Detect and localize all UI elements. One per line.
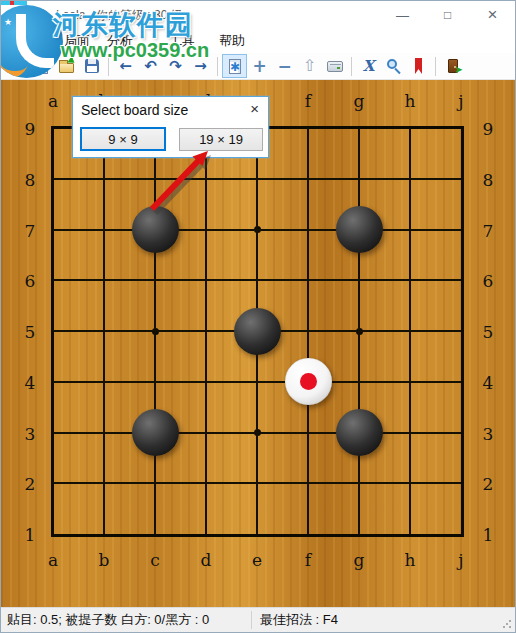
coord-bottom-a: a [44, 550, 62, 568]
status-bar: 贴目: 0.5; 被提子数 白方: 0/黑方 : 0 最佳招法 : F4 [1, 607, 515, 632]
clear-analysis-button[interactable]: X [356, 54, 381, 78]
coord-right-6: 6 [479, 271, 497, 289]
coord-bottom-d: d [197, 550, 215, 568]
coord-right-1: 1 [479, 525, 497, 543]
gear-icon: ✱ [230, 60, 240, 74]
status-best-move: 最佳招法 : F4 [251, 611, 515, 629]
decrease-button[interactable]: − [272, 54, 297, 78]
up-arrow-icon: ⇧ [303, 58, 316, 74]
close-button[interactable]: × [470, 1, 515, 29]
grid-vline [103, 128, 105, 534]
redo-move-button[interactable]: ↷ [163, 54, 188, 78]
save-file-button[interactable] [79, 54, 104, 78]
coord-left-2: 2 [21, 474, 39, 492]
menu-item-5[interactable]: 帮助 [216, 30, 248, 52]
coord-right-8: 8 [479, 170, 497, 188]
black-stone-g3[interactable] [336, 409, 383, 456]
black-stone-g7[interactable] [336, 206, 383, 253]
coord-left-7: 7 [21, 221, 39, 239]
bookmark-button[interactable] [406, 54, 431, 78]
toolbar: ++←↶↷→✱+−⇧X➤ [1, 53, 515, 80]
window-controls: — □ × [380, 1, 515, 29]
coord-left-3: 3 [21, 424, 39, 442]
coord-top-f: f [299, 91, 317, 109]
nav-arrow-icon: ← [119, 59, 132, 74]
nav-arrow-icon: ↶ [144, 59, 157, 74]
app-icon [35, 9, 48, 22]
black-stone-c3[interactable] [132, 409, 179, 456]
undo-move-button[interactable]: ↶ [138, 54, 163, 78]
red-bookmark-icon [415, 58, 422, 74]
coord-right-7: 7 [479, 221, 497, 239]
coord-bottom-b: b [95, 550, 113, 568]
toolbar-separator [108, 57, 109, 76]
black-stone-c7[interactable] [132, 206, 179, 253]
window-title: Leela - 你的等级 : 30 级 [56, 7, 183, 24]
go-board[interactable]: 112233445566778899jjhhggffeeddccbbaa Sel… [1, 80, 516, 609]
first-move-button[interactable]: ← [113, 54, 138, 78]
toolbar-separator [217, 57, 218, 76]
coord-right-9: 9 [479, 119, 497, 137]
coord-left-4: 4 [21, 373, 39, 391]
board-size-9x9-button[interactable]: 9 × 9 [80, 127, 166, 151]
coord-top-j: j [452, 91, 470, 109]
analyze-button[interactable] [381, 54, 406, 78]
increase-button[interactable]: + [247, 54, 272, 78]
coord-right-3: 3 [479, 424, 497, 442]
plus-badge-icon: + [7, 55, 16, 68]
plus-badge-icon: + [32, 55, 41, 68]
grid-vline [205, 128, 207, 534]
coord-top-h: h [401, 91, 419, 109]
magnifier-icon [387, 59, 397, 69]
coord-right-2: 2 [479, 474, 497, 492]
exit-arrow-icon: ➤ [455, 64, 463, 75]
coord-bottom-e: e [248, 550, 266, 568]
grid-vline [409, 128, 411, 534]
menu-bar: 文件局面分析工具帮助 [1, 29, 515, 53]
coord-bottom-g: g [350, 550, 368, 568]
app-window: Leela - 你的等级 : 30 级 — □ × 文件局面分析工具帮助 ++←… [0, 0, 516, 633]
pass-move-button[interactable]: ⇧ [297, 54, 322, 78]
white-stone-f4[interactable] [285, 358, 332, 405]
new-game-button[interactable]: + [4, 54, 29, 78]
menu-item-4[interactable]: 工具 [166, 30, 198, 52]
coord-right-5: 5 [479, 322, 497, 340]
save-floppy-icon [85, 59, 99, 73]
title-bar: Leela - 你的等级 : 30 级 — □ × [1, 1, 515, 29]
grid-vline [358, 128, 360, 534]
status-komi-captures: 贴目: 0.5; 被提子数 白方: 0/黑方 : 0 [1, 611, 251, 629]
plus-minus-icon: + [252, 58, 266, 75]
coord-bottom-j: j [452, 550, 470, 568]
black-stone-e5[interactable] [234, 308, 281, 355]
x-icon: X [363, 59, 375, 74]
drive-icon [327, 61, 343, 72]
coord-left-6: 6 [21, 271, 39, 289]
toolbar-separator [351, 57, 352, 76]
coord-top-a: a [44, 91, 62, 109]
maximize-button[interactable]: □ [425, 1, 470, 29]
nav-arrow-icon: → [194, 59, 207, 74]
dialog-close-icon[interactable]: × [250, 100, 259, 117]
open-file-button[interactable] [54, 54, 79, 78]
coord-bottom-h: h [401, 550, 419, 568]
board-size-19x19-button[interactable]: 19 × 19 [179, 128, 263, 151]
menu-item-1[interactable]: 文件 [11, 30, 43, 52]
coord-left-5: 5 [21, 322, 39, 340]
minimize-button[interactable]: — [380, 1, 425, 29]
coord-bottom-f: f [299, 550, 317, 568]
grid-vline [307, 128, 309, 534]
exit-button[interactable]: ➤ [440, 54, 465, 78]
score-estimate-button[interactable] [322, 54, 347, 78]
dialog-title: Select board size [81, 102, 188, 118]
resize-grip[interactable] [502, 619, 512, 629]
analysis-settings-button[interactable]: ✱ [222, 54, 247, 78]
board-size-dialog: Select board size × 9 × 9 19 × 19 [72, 96, 269, 158]
menu-item-2[interactable]: 局面 [61, 30, 93, 52]
coord-top-g: g [350, 91, 368, 109]
coord-left-8: 8 [21, 170, 39, 188]
coord-left-1: 1 [21, 525, 39, 543]
new-game-alt-button[interactable]: + [29, 54, 54, 78]
last-move-button[interactable]: → [188, 54, 213, 78]
grid-vline [154, 128, 156, 534]
plus-minus-icon: − [277, 58, 291, 75]
nav-arrow-icon: ↷ [169, 59, 182, 74]
coord-bottom-c: c [146, 550, 164, 568]
coord-right-4: 4 [479, 373, 497, 391]
last-move-marker [300, 373, 317, 390]
toolbar-separator [435, 57, 436, 76]
menu-item-3[interactable]: 分析 [104, 30, 136, 52]
coord-left-9: 9 [21, 119, 39, 137]
